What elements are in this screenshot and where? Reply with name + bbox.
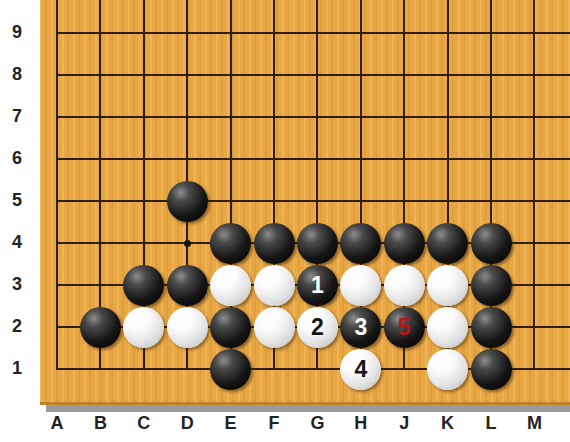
col-label-G: G xyxy=(302,413,332,434)
white-stone-F3 xyxy=(254,265,295,306)
white-stone-F2 xyxy=(254,307,295,348)
row-label-7: 7 xyxy=(0,106,34,127)
black-stone-H4 xyxy=(340,223,381,264)
col-label-A: A xyxy=(42,413,72,434)
black-stone-B2 xyxy=(80,307,121,348)
white-stone-D2 xyxy=(167,307,208,348)
black-stone-L4 xyxy=(471,223,512,264)
black-stone-F4 xyxy=(254,223,295,264)
go-diagram-page: 12354 987654321 ABCDEFGHJKLM xyxy=(0,0,570,442)
black-stone-L2 xyxy=(471,307,512,348)
grid-line-row-8 xyxy=(56,74,570,76)
row-label-8: 8 xyxy=(0,64,34,85)
black-stone-L3 xyxy=(471,265,512,306)
grid-line-col-M xyxy=(533,0,535,370)
black-stone-E4 xyxy=(210,223,251,264)
row-label-9: 9 xyxy=(0,22,34,43)
white-stone-C2 xyxy=(123,307,164,348)
board-shadow xyxy=(46,405,570,412)
row-label-2: 2 xyxy=(0,316,34,337)
go-board[interactable]: 12354 xyxy=(40,0,570,405)
black-stone-G4 xyxy=(297,223,338,264)
row-label-1: 1 xyxy=(0,358,34,379)
col-label-H: H xyxy=(346,413,376,434)
col-label-B: B xyxy=(85,413,115,434)
black-stone-D3 xyxy=(167,265,208,306)
row-label-4: 4 xyxy=(0,232,34,253)
black-stone-J4 xyxy=(384,223,425,264)
black-stone-D5 xyxy=(167,181,208,222)
black-stone-C3 xyxy=(123,265,164,306)
white-stone-E3 xyxy=(210,265,251,306)
row-label-6: 6 xyxy=(0,148,34,169)
white-stone-K3 xyxy=(427,265,468,306)
black-stone-G3: 1 xyxy=(297,265,338,306)
col-label-J: J xyxy=(389,413,419,434)
col-label-L: L xyxy=(476,413,506,434)
col-label-M: M xyxy=(519,413,549,434)
col-label-K: K xyxy=(433,413,463,434)
white-stone-K2 xyxy=(427,307,468,348)
col-label-D: D xyxy=(172,413,202,434)
row-label-3: 3 xyxy=(0,274,34,295)
white-stone-J3 xyxy=(384,265,425,306)
black-stone-K4 xyxy=(427,223,468,264)
col-label-C: C xyxy=(129,413,159,434)
white-stone-H3 xyxy=(340,265,381,306)
grid-line-row-9 xyxy=(56,32,570,34)
white-stone-K1 xyxy=(427,349,468,390)
star-point-D4 xyxy=(184,240,191,247)
row-label-5: 5 xyxy=(0,190,34,211)
col-label-E: E xyxy=(216,413,246,434)
grid-line-row-6 xyxy=(56,158,570,160)
grid-line-row-5 xyxy=(56,200,570,202)
black-stone-L1 xyxy=(471,349,512,390)
white-stone-H1: 4 xyxy=(340,349,381,390)
black-stone-E2 xyxy=(210,307,251,348)
black-stone-H2: 3 xyxy=(340,307,381,348)
black-stone-E1 xyxy=(210,349,251,390)
grid-line-col-A xyxy=(56,0,58,370)
white-stone-G2: 2 xyxy=(297,307,338,348)
grid-line-row-7 xyxy=(56,116,570,118)
black-stone-J2: 5 xyxy=(384,307,425,348)
col-label-F: F xyxy=(259,413,289,434)
